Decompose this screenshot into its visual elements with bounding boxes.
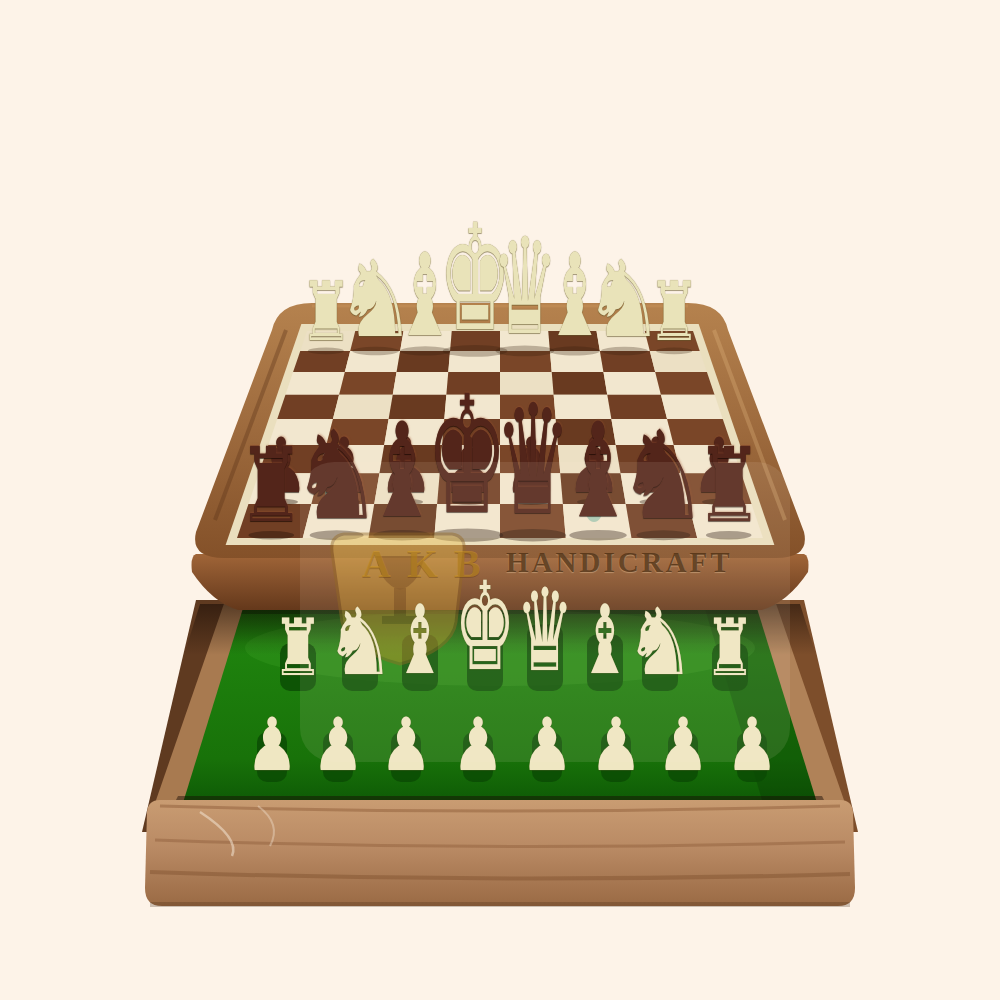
felt-recess (323, 732, 353, 782)
drawer-front (145, 800, 855, 906)
chess-box-artwork (0, 0, 1000, 1000)
felt-recess (463, 732, 493, 782)
square (674, 445, 741, 473)
felt-recess (737, 732, 767, 782)
square (285, 372, 344, 395)
square (552, 372, 608, 395)
chess-box-product-photo: ♜♞♝♚♛♝♞♜♟♟♟♟♟♟♟♟♜♞♝♚♛♝♞♜ ♜♞♝♚♛♝♞♜♟♟♟♟♟♟♟… (0, 0, 1000, 1000)
square (384, 419, 444, 445)
square (259, 445, 326, 473)
square (500, 445, 560, 473)
square (655, 372, 714, 395)
square (333, 395, 393, 419)
reflection-glint (585, 494, 603, 522)
square (558, 445, 621, 473)
felt-recess (532, 732, 562, 782)
square (393, 372, 449, 395)
square (319, 445, 384, 473)
square (446, 372, 500, 395)
square (500, 372, 554, 395)
felt-recess (668, 732, 698, 782)
square (616, 445, 681, 473)
square (661, 395, 723, 419)
square (500, 395, 556, 419)
board-lid (192, 303, 809, 610)
chessboard-squares (237, 331, 763, 538)
square (339, 372, 396, 395)
reflection-glint (325, 477, 351, 517)
lid-front-face (192, 554, 809, 610)
felt-recess (391, 732, 421, 782)
square (442, 419, 500, 445)
square (379, 445, 442, 473)
square (326, 419, 388, 445)
square (268, 419, 333, 445)
square (554, 395, 612, 419)
square (444, 395, 500, 419)
square (500, 419, 558, 445)
square (556, 419, 616, 445)
square (440, 445, 500, 473)
felt-recess (601, 732, 631, 782)
square (603, 372, 660, 395)
square (389, 395, 447, 419)
square (277, 395, 339, 419)
felt-recess (257, 732, 287, 782)
square (607, 395, 667, 419)
square (667, 419, 732, 445)
square (611, 419, 673, 445)
